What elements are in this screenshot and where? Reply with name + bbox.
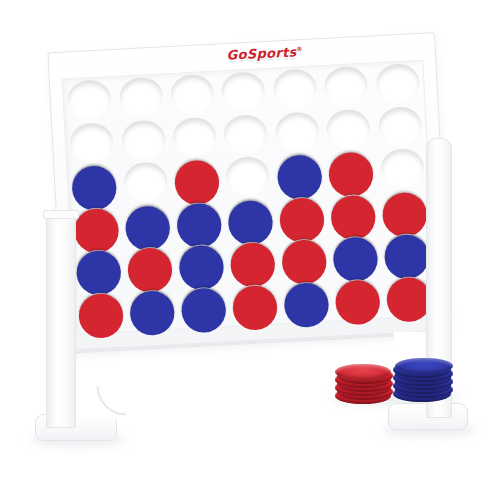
red-coin-stack: [336, 358, 392, 404]
left-leg-post: [46, 212, 76, 428]
board-face: ●●●●●●●●●●●●●●●●●●●●●●●●●: [62, 60, 437, 336]
brand-logo: GoSports®: [226, 44, 303, 63]
left-leg-cap: [43, 210, 79, 219]
product-photo: GoSports® ●●●●●●●●●●●●●●●●●●●●●●●●●: [0, 0, 500, 500]
blue-coin-stack: [394, 350, 452, 402]
blue-coin: [395, 358, 453, 374]
left-foot-bracket: [74, 386, 126, 418]
red-coin: [335, 364, 391, 380]
drop-columns: [63, 61, 436, 334]
brand-logo-text: GoSports: [226, 44, 297, 62]
registered-trademark: ®: [296, 45, 303, 52]
connect-four-board: GoSports® ●●●●●●●●●●●●●●●●●●●●●●●●●: [47, 32, 450, 354]
